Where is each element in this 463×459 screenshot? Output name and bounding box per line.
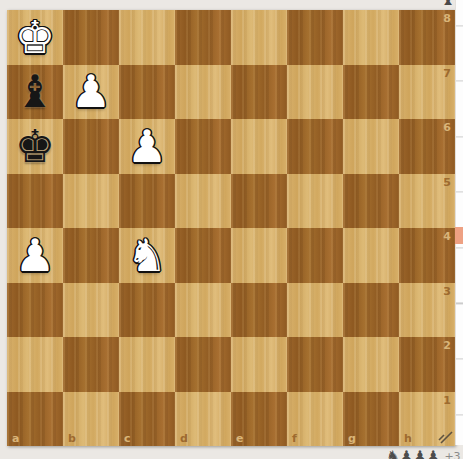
white-knight-c4[interactable]: ♞: [119, 228, 175, 283]
square-a1[interactable]: a: [7, 392, 63, 447]
square-d1[interactable]: d: [175, 392, 231, 447]
square-a5[interactable]: [7, 174, 63, 229]
square-f8[interactable]: [287, 10, 343, 65]
file-label-e: e: [236, 433, 243, 444]
rank-label-8: 8: [443, 13, 451, 24]
square-d5[interactable]: [175, 174, 231, 229]
square-b6[interactable]: [63, 119, 119, 174]
square-e7[interactable]: [231, 65, 287, 120]
white-king-a8[interactable]: ♚: [7, 10, 63, 65]
file-label-g: g: [348, 433, 356, 444]
rank-label-5: 5: [443, 177, 451, 188]
white-pawn-b7[interactable]: ♟: [63, 65, 119, 120]
square-d7[interactable]: [175, 65, 231, 120]
black-bishop-a7[interactable]: ♝: [7, 65, 63, 120]
square-h8[interactable]: 8: [399, 10, 455, 65]
square-a2[interactable]: [7, 337, 63, 392]
file-label-h: h: [404, 433, 412, 444]
square-h6[interactable]: 6: [399, 119, 455, 174]
captured-bishop-icon: ♝: [440, 0, 455, 9]
side-panel: [455, 0, 463, 445]
square-h4[interactable]: 4: [399, 228, 455, 283]
rank-label-4: 4: [443, 231, 451, 242]
rank-label-7: 7: [443, 68, 451, 79]
square-b7[interactable]: ♟: [63, 65, 119, 120]
square-g6[interactable]: [343, 119, 399, 174]
square-a6[interactable]: ♚: [7, 119, 63, 174]
lichess-board-page: ♚8♝♟7♚♟65♟♞432abcdefg1h ♝ ♞♟♟♟ +3: [0, 0, 463, 459]
file-label-a: a: [12, 433, 19, 444]
square-c3[interactable]: [119, 283, 175, 338]
square-c2[interactable]: [119, 337, 175, 392]
square-h2[interactable]: 2: [399, 337, 455, 392]
square-d3[interactable]: [175, 283, 231, 338]
square-g5[interactable]: [343, 174, 399, 229]
side-panel-accent-row: [455, 227, 463, 244]
square-b8[interactable]: [63, 10, 119, 65]
rank-label-2: 2: [443, 340, 451, 351]
board-resize-handle-icon[interactable]: [438, 429, 453, 443]
material-row-bottom: ♞♟♟♟ +3: [386, 448, 461, 459]
square-a7[interactable]: ♝: [7, 65, 63, 120]
square-f1[interactable]: f: [287, 392, 343, 447]
rank-label-3: 3: [443, 286, 451, 297]
square-a4[interactable]: ♟: [7, 228, 63, 283]
square-h1[interactable]: 1h: [399, 392, 455, 447]
square-f5[interactable]: [287, 174, 343, 229]
square-g1[interactable]: g: [343, 392, 399, 447]
square-h3[interactable]: 3: [399, 283, 455, 338]
square-e3[interactable]: [231, 283, 287, 338]
square-c4[interactable]: ♞: [119, 228, 175, 283]
square-e5[interactable]: [231, 174, 287, 229]
square-b1[interactable]: b: [63, 392, 119, 447]
square-g3[interactable]: [343, 283, 399, 338]
square-b3[interactable]: [63, 283, 119, 338]
square-c5[interactable]: [119, 174, 175, 229]
square-b2[interactable]: [63, 337, 119, 392]
rank-label-6: 6: [443, 122, 451, 133]
square-g4[interactable]: [343, 228, 399, 283]
square-f3[interactable]: [287, 283, 343, 338]
square-f4[interactable]: [287, 228, 343, 283]
square-c8[interactable]: [119, 10, 175, 65]
square-h7[interactable]: 7: [399, 65, 455, 120]
square-f7[interactable]: [287, 65, 343, 120]
square-e1[interactable]: e: [231, 392, 287, 447]
square-c7[interactable]: [119, 65, 175, 120]
square-d4[interactable]: [175, 228, 231, 283]
square-e6[interactable]: [231, 119, 287, 174]
file-label-b: b: [68, 433, 76, 444]
black-king-a6[interactable]: ♚: [7, 119, 63, 174]
square-a8[interactable]: ♚: [7, 10, 63, 65]
square-a3[interactable]: [7, 283, 63, 338]
square-c6[interactable]: ♟: [119, 119, 175, 174]
square-e4[interactable]: [231, 228, 287, 283]
square-g7[interactable]: [343, 65, 399, 120]
square-e8[interactable]: [231, 10, 287, 65]
square-g8[interactable]: [343, 10, 399, 65]
file-label-d: d: [180, 433, 188, 444]
square-f6[interactable]: [287, 119, 343, 174]
chess-board[interactable]: ♚8♝♟7♚♟65♟♞432abcdefg1h: [7, 10, 455, 446]
square-g2[interactable]: [343, 337, 399, 392]
square-b4[interactable]: [63, 228, 119, 283]
white-pawn-a4[interactable]: ♟: [7, 228, 63, 283]
file-label-c: c: [124, 433, 131, 444]
square-d6[interactable]: [175, 119, 231, 174]
square-c1[interactable]: c: [119, 392, 175, 447]
rank-label-1: 1: [443, 395, 451, 406]
captured-pieces-icons: ♞♟♟♟: [386, 448, 439, 459]
material-score: +3: [444, 451, 460, 459]
square-d8[interactable]: [175, 10, 231, 65]
square-d2[interactable]: [175, 337, 231, 392]
square-f2[interactable]: [287, 337, 343, 392]
square-e2[interactable]: [231, 337, 287, 392]
file-label-f: f: [292, 433, 297, 444]
white-pawn-c6[interactable]: ♟: [119, 119, 175, 174]
square-b5[interactable]: [63, 174, 119, 229]
square-h5[interactable]: 5: [399, 174, 455, 229]
